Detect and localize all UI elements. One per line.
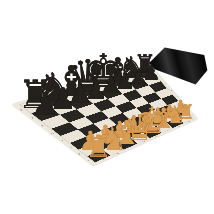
product-photo-stage: aabbccddeeffgghh8877665544332211 ♜♞♝♛♚♝♞… xyxy=(0,0,214,214)
chess-board: aabbccddeeffgghh8877665544332211 xyxy=(11,64,198,166)
board-grid xyxy=(20,67,193,162)
